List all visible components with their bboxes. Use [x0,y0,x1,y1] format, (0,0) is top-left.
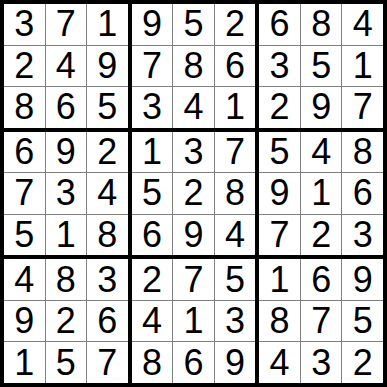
cell-r9c9[interactable]: 2 [342,342,383,383]
cell-r1c1[interactable]: 3 [4,4,45,45]
cell-r1c9[interactable]: 4 [342,4,383,45]
cell-r4c4[interactable]: 1 [132,132,173,173]
sudoku-box-1: 371249865 [4,4,128,128]
cell-r5c6[interactable]: 8 [215,173,256,214]
cell-r1c3[interactable]: 1 [87,4,128,45]
cell-r6c3[interactable]: 8 [87,215,128,256]
cell-r7c3[interactable]: 3 [87,259,128,300]
sudoku-box-2: 952786341 [132,4,256,128]
cell-r8c9[interactable]: 5 [342,301,383,342]
cell-r6c6[interactable]: 4 [215,215,256,256]
cell-r6c2[interactable]: 1 [46,215,87,256]
cell-r7c8[interactable]: 6 [301,259,342,300]
cell-r2c2[interactable]: 4 [46,46,87,87]
cell-r8c4[interactable]: 4 [132,301,173,342]
cell-r7c1[interactable]: 4 [4,259,45,300]
cell-r7c2[interactable]: 8 [46,259,87,300]
cell-r4c8[interactable]: 4 [301,132,342,173]
cell-r6c7[interactable]: 7 [259,215,300,256]
cell-r1c8[interactable]: 8 [301,4,342,45]
sudoku-box-8: 275413869 [132,259,256,383]
cell-r2c5[interactable]: 8 [173,46,214,87]
cell-r9c7[interactable]: 4 [259,342,300,383]
cell-r9c8[interactable]: 3 [301,342,342,383]
cell-r4c1[interactable]: 6 [4,132,45,173]
cell-r6c1[interactable]: 5 [4,215,45,256]
cell-r6c5[interactable]: 9 [173,215,214,256]
cell-r3c3[interactable]: 5 [87,87,128,128]
cell-r5c4[interactable]: 5 [132,173,173,214]
sudoku-box-7: 483926157 [4,259,128,383]
cell-r9c4[interactable]: 8 [132,342,173,383]
cell-r7c5[interactable]: 7 [173,259,214,300]
cell-r1c6[interactable]: 2 [215,4,256,45]
sudoku-box-6: 548916723 [259,132,383,256]
cell-r5c1[interactable]: 7 [4,173,45,214]
cell-r6c4[interactable]: 6 [132,215,173,256]
sudoku-box-9: 169875432 [259,259,383,383]
cell-r3c6[interactable]: 1 [215,87,256,128]
cell-r7c9[interactable]: 9 [342,259,383,300]
cell-r4c9[interactable]: 8 [342,132,383,173]
cell-r4c5[interactable]: 3 [173,132,214,173]
cell-r6c8[interactable]: 2 [301,215,342,256]
cell-r4c2[interactable]: 9 [46,132,87,173]
cell-r8c6[interactable]: 3 [215,301,256,342]
cell-r9c1[interactable]: 1 [4,342,45,383]
cell-r3c2[interactable]: 6 [46,87,87,128]
cell-r2c6[interactable]: 6 [215,46,256,87]
cell-r3c8[interactable]: 9 [301,87,342,128]
cell-r5c9[interactable]: 6 [342,173,383,214]
cell-r9c3[interactable]: 7 [87,342,128,383]
cell-r2c4[interactable]: 7 [132,46,173,87]
sudoku-box-4: 692734518 [4,132,128,256]
sudoku-box-3: 684351297 [259,4,383,128]
cell-r8c7[interactable]: 8 [259,301,300,342]
cell-r6c9[interactable]: 3 [342,215,383,256]
cell-r1c2[interactable]: 7 [46,4,87,45]
cell-r5c5[interactable]: 2 [173,173,214,214]
cell-r1c4[interactable]: 9 [132,4,173,45]
cell-r2c7[interactable]: 3 [259,46,300,87]
cell-r9c5[interactable]: 6 [173,342,214,383]
cell-r9c6[interactable]: 9 [215,342,256,383]
cell-r7c6[interactable]: 5 [215,259,256,300]
cell-r4c7[interactable]: 5 [259,132,300,173]
cell-r5c3[interactable]: 4 [87,173,128,214]
cell-r3c4[interactable]: 3 [132,87,173,128]
cell-r8c8[interactable]: 7 [301,301,342,342]
cell-r8c5[interactable]: 1 [173,301,214,342]
cell-r2c1[interactable]: 2 [4,46,45,87]
cell-r4c3[interactable]: 2 [87,132,128,173]
cell-r5c2[interactable]: 3 [46,173,87,214]
cell-r1c7[interactable]: 6 [259,4,300,45]
cell-r7c7[interactable]: 1 [259,259,300,300]
cell-r2c8[interactable]: 5 [301,46,342,87]
cell-r1c5[interactable]: 5 [173,4,214,45]
cell-r3c5[interactable]: 4 [173,87,214,128]
cell-r3c1[interactable]: 8 [4,87,45,128]
cell-r5c7[interactable]: 9 [259,173,300,214]
cell-r3c7[interactable]: 2 [259,87,300,128]
cell-r7c4[interactable]: 2 [132,259,173,300]
cell-r2c3[interactable]: 9 [87,46,128,87]
cell-r4c6[interactable]: 7 [215,132,256,173]
cell-r8c2[interactable]: 2 [46,301,87,342]
sudoku-board: 3712498659527863416843512976927345181375… [0,0,387,387]
cell-r9c2[interactable]: 5 [46,342,87,383]
sudoku-box-5: 137528694 [132,132,256,256]
cell-r3c9[interactable]: 7 [342,87,383,128]
cell-r8c3[interactable]: 6 [87,301,128,342]
cell-r5c8[interactable]: 1 [301,173,342,214]
cell-r2c9[interactable]: 1 [342,46,383,87]
cell-r8c1[interactable]: 9 [4,301,45,342]
